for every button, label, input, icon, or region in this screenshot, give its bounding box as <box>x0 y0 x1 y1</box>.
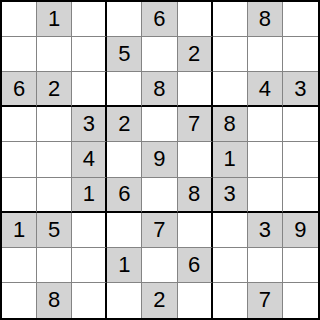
cell-r5c7: 1 <box>213 142 248 177</box>
cell-r2c1[interactable] <box>2 37 37 72</box>
cell-r1c2: 1 <box>37 2 72 37</box>
cell-r2c9[interactable] <box>283 37 318 72</box>
cell-r9c9[interactable] <box>283 283 318 318</box>
cell-r7c3[interactable] <box>72 213 107 248</box>
cell-r1c9[interactable] <box>283 2 318 37</box>
cell-r2c8[interactable] <box>248 37 283 72</box>
cell-r6c1[interactable] <box>2 178 37 213</box>
cell-r3c7[interactable] <box>213 72 248 107</box>
cell-r3c1: 6 <box>2 72 37 107</box>
cell-r3c8: 4 <box>248 72 283 107</box>
cell-r3c3[interactable] <box>72 72 107 107</box>
cell-r5c5: 9 <box>142 142 177 177</box>
cell-r1c4[interactable] <box>107 2 142 37</box>
cell-r4c3: 3 <box>72 107 107 142</box>
cell-r1c5: 6 <box>142 2 177 37</box>
cell-r9c8: 7 <box>248 283 283 318</box>
cell-r5c6[interactable] <box>178 142 213 177</box>
cell-r9c3[interactable] <box>72 283 107 318</box>
cell-r4c4: 2 <box>107 107 142 142</box>
cell-r6c7: 3 <box>213 178 248 213</box>
cell-r6c8[interactable] <box>248 178 283 213</box>
cell-r4c5[interactable] <box>142 107 177 142</box>
cell-r7c8: 3 <box>248 213 283 248</box>
cell-r9c1[interactable] <box>2 283 37 318</box>
cell-r1c3[interactable] <box>72 2 107 37</box>
cell-r7c4[interactable] <box>107 213 142 248</box>
cell-r9c2: 8 <box>37 283 72 318</box>
cell-r3c2: 2 <box>37 72 72 107</box>
cell-r3c4[interactable] <box>107 72 142 107</box>
cell-r6c2[interactable] <box>37 178 72 213</box>
cell-r9c6[interactable] <box>178 283 213 318</box>
cell-r9c4[interactable] <box>107 283 142 318</box>
cell-r7c7[interactable] <box>213 213 248 248</box>
cell-r7c5: 7 <box>142 213 177 248</box>
cell-r5c2[interactable] <box>37 142 72 177</box>
cell-r8c5[interactable] <box>142 248 177 283</box>
cell-r1c1[interactable] <box>2 2 37 37</box>
cell-r4c7: 8 <box>213 107 248 142</box>
cell-r7c2: 5 <box>37 213 72 248</box>
cell-r8c3[interactable] <box>72 248 107 283</box>
cell-r8c8[interactable] <box>248 248 283 283</box>
cell-r5c4[interactable] <box>107 142 142 177</box>
cell-r4c2[interactable] <box>37 107 72 142</box>
cell-r6c4: 6 <box>107 178 142 213</box>
cell-r5c8[interactable] <box>248 142 283 177</box>
cell-r6c5[interactable] <box>142 178 177 213</box>
cell-r8c7[interactable] <box>213 248 248 283</box>
cell-r2c2[interactable] <box>37 37 72 72</box>
cell-r2c3[interactable] <box>72 37 107 72</box>
cell-r4c1[interactable] <box>2 107 37 142</box>
cell-r7c1: 1 <box>2 213 37 248</box>
cell-r9c5: 2 <box>142 283 177 318</box>
cell-r6c3: 1 <box>72 178 107 213</box>
cell-r1c8: 8 <box>248 2 283 37</box>
cell-r4c6: 7 <box>178 107 213 142</box>
cell-r2c4: 5 <box>107 37 142 72</box>
cell-r5c3: 4 <box>72 142 107 177</box>
cell-r3c6[interactable] <box>178 72 213 107</box>
cell-r5c1[interactable] <box>2 142 37 177</box>
cell-r2c5[interactable] <box>142 37 177 72</box>
cell-r6c6: 8 <box>178 178 213 213</box>
cell-r7c6[interactable] <box>178 213 213 248</box>
cell-r3c5: 8 <box>142 72 177 107</box>
cell-r8c6: 6 <box>178 248 213 283</box>
cell-r1c6[interactable] <box>178 2 213 37</box>
cell-r4c9[interactable] <box>283 107 318 142</box>
cell-r8c9[interactable] <box>283 248 318 283</box>
sudoku-board: 1685262843327849116831573916827 <box>0 0 320 320</box>
cell-r4c8[interactable] <box>248 107 283 142</box>
cell-r7c9: 9 <box>283 213 318 248</box>
cell-r8c4: 1 <box>107 248 142 283</box>
cell-r2c7[interactable] <box>213 37 248 72</box>
cell-r1c7[interactable] <box>213 2 248 37</box>
cell-r5c9[interactable] <box>283 142 318 177</box>
cell-r9c7[interactable] <box>213 283 248 318</box>
cell-r6c9[interactable] <box>283 178 318 213</box>
cell-r8c2[interactable] <box>37 248 72 283</box>
cell-r2c6: 2 <box>178 37 213 72</box>
cell-r8c1[interactable] <box>2 248 37 283</box>
cell-r3c9: 3 <box>283 72 318 107</box>
